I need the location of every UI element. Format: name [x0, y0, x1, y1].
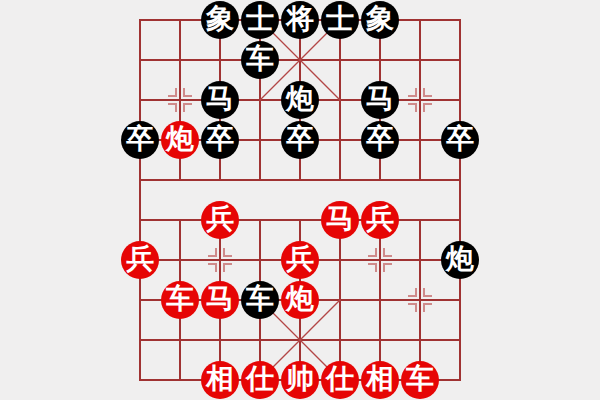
black-soldier[interactable]: 卒 — [361, 121, 399, 159]
black-elephant[interactable]: 象 — [201, 1, 239, 39]
piece-glyph: 卒 — [366, 125, 394, 153]
black-cannon[interactable]: 炮 — [441, 241, 479, 279]
red-advisor[interactable]: 仕 — [241, 361, 279, 399]
red-horse[interactable]: 马 — [321, 201, 359, 239]
black-general[interactable]: 将 — [281, 1, 319, 39]
piece-glyph: 车 — [166, 285, 194, 313]
piece-glyph: 象 — [366, 5, 394, 33]
red-cannon[interactable]: 炮 — [161, 121, 199, 159]
black-soldier[interactable]: 卒 — [281, 121, 319, 159]
piece-glyph: 马 — [206, 85, 234, 113]
piece-glyph: 兵 — [126, 245, 154, 273]
red-soldier[interactable]: 兵 — [361, 201, 399, 239]
xiangqi-board: 象士将士象车马炮马卒炮卒卒卒卒兵马兵兵兵炮车马车炮相仕帅仕相车 — [120, 0, 480, 400]
piece-glyph: 车 — [406, 365, 434, 393]
piece-glyph: 炮 — [286, 285, 314, 313]
red-elephant[interactable]: 相 — [201, 361, 239, 399]
piece-glyph: 兵 — [206, 205, 234, 233]
piece-glyph: 马 — [326, 205, 354, 233]
piece-glyph: 士 — [326, 5, 354, 33]
black-chariot[interactable]: 车 — [241, 41, 279, 79]
piece-glyph: 相 — [206, 365, 234, 393]
piece-glyph: 炮 — [166, 125, 194, 153]
piece-glyph: 相 — [366, 365, 394, 393]
red-horse[interactable]: 马 — [201, 281, 239, 319]
piece-glyph: 兵 — [286, 245, 314, 273]
red-cannon[interactable]: 炮 — [281, 281, 319, 319]
piece-glyph: 兵 — [366, 205, 394, 233]
black-chariot[interactable]: 车 — [241, 281, 279, 319]
black-advisor[interactable]: 士 — [241, 1, 279, 39]
piece-glyph: 象 — [206, 5, 234, 33]
piece-glyph: 帅 — [286, 365, 314, 393]
black-horse[interactable]: 马 — [201, 81, 239, 119]
red-general[interactable]: 帅 — [281, 361, 319, 399]
piece-glyph: 卒 — [286, 125, 314, 153]
piece-glyph: 卒 — [206, 125, 234, 153]
red-chariot[interactable]: 车 — [161, 281, 199, 319]
red-soldier[interactable]: 兵 — [281, 241, 319, 279]
black-advisor[interactable]: 士 — [321, 1, 359, 39]
piece-glyph: 炮 — [446, 245, 474, 273]
black-soldier[interactable]: 卒 — [201, 121, 239, 159]
piece-glyph: 士 — [246, 5, 274, 33]
piece-glyph: 卒 — [446, 125, 474, 153]
black-horse[interactable]: 马 — [361, 81, 399, 119]
piece-glyph: 将 — [286, 5, 314, 33]
piece-glyph: 炮 — [286, 85, 314, 113]
piece-glyph: 仕 — [326, 365, 354, 393]
black-cannon[interactable]: 炮 — [281, 81, 319, 119]
piece-glyph: 马 — [366, 85, 394, 113]
red-advisor[interactable]: 仕 — [321, 361, 359, 399]
piece-glyph: 仕 — [246, 365, 274, 393]
piece-glyph: 马 — [206, 285, 234, 313]
red-soldier[interactable]: 兵 — [201, 201, 239, 239]
piece-glyph: 车 — [246, 285, 274, 313]
black-elephant[interactable]: 象 — [361, 1, 399, 39]
red-elephant[interactable]: 相 — [361, 361, 399, 399]
black-soldier[interactable]: 卒 — [441, 121, 479, 159]
red-chariot[interactable]: 车 — [401, 361, 439, 399]
red-soldier[interactable]: 兵 — [121, 241, 159, 279]
piece-glyph: 卒 — [126, 125, 154, 153]
black-soldier[interactable]: 卒 — [121, 121, 159, 159]
piece-glyph: 车 — [246, 45, 274, 73]
xiangqi-board-screen: 象士将士象车马炮马卒炮卒卒卒卒兵马兵兵兵炮车马车炮相仕帅仕相车 — [0, 0, 600, 400]
